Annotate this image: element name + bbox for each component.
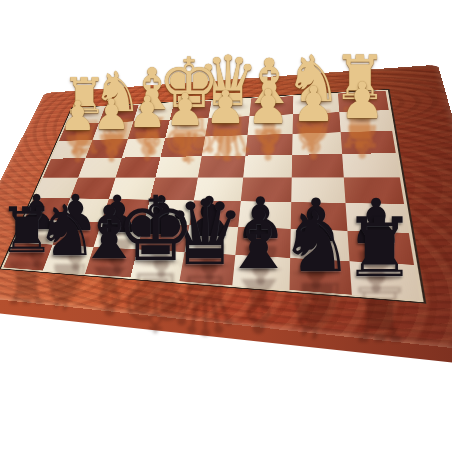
piece-black-rook-h8: ♜	[0, 200, 55, 263]
piece-shadow	[63, 110, 105, 118]
piece-reflection: ♟	[350, 243, 401, 300]
piece-shadow	[78, 253, 140, 265]
piece-shadow	[291, 237, 342, 247]
piece-reflection: ♟	[291, 240, 340, 295]
piece-reflection: ♟	[61, 129, 95, 166]
piece-black-bishop-c8: ♝	[222, 198, 296, 280]
piece-reflection: ♟	[94, 128, 129, 167]
piece-reflection: ♜	[335, 98, 385, 154]
piece-shadow	[117, 255, 193, 270]
piece-white-king-e1: ♚	[158, 49, 220, 118]
piece-shadow	[94, 108, 141, 117]
piece-shadow	[129, 124, 166, 131]
piece-reflection: ♞	[287, 100, 339, 158]
piece-reflection: ♜	[1, 252, 53, 310]
piece-reflection: ♟	[249, 121, 288, 164]
piece-shadow	[166, 123, 204, 131]
piece-black-queen-d8: ♛	[165, 188, 246, 278]
piece-black-knight-g8: ♞	[35, 196, 98, 266]
piece-white-pawn-c2: ♟	[247, 83, 289, 130]
piece-reflection: ♟	[55, 230, 96, 276]
piece-reflection: ♞	[95, 111, 140, 162]
piece-white-knight-g1: ♞	[93, 65, 142, 120]
piece-black-pawn-g7: ♟	[53, 189, 98, 239]
piece-shadow	[341, 115, 384, 124]
piece-reflection: ♟	[237, 238, 284, 291]
piece-shadow	[60, 127, 95, 134]
piece-reflection: ♜	[346, 275, 414, 350]
piece-black-king-e8: ♚	[115, 185, 195, 275]
piece-white-pawn-d2: ♟	[205, 86, 246, 132]
piece-black-pawn-d7: ♟	[184, 190, 234, 245]
piece-white-rook-h1: ♜	[62, 72, 107, 122]
piece-shadow	[128, 106, 177, 116]
piece-shadow	[286, 97, 340, 108]
piece-shadow	[167, 258, 244, 273]
piece-shadow	[243, 99, 296, 110]
piece-shadow	[248, 119, 288, 127]
piece-shadow	[293, 118, 334, 126]
piece-reflection: ♟	[96, 231, 138, 278]
piece-shadow	[334, 95, 386, 105]
piece-shadow	[54, 227, 96, 235]
piece-shadow	[224, 262, 294, 276]
piece-white-queen-d1: ♛	[197, 47, 259, 116]
piece-shadow	[16, 226, 57, 234]
piece-shadow	[94, 126, 130, 133]
piece-reflection: ♚	[160, 107, 217, 171]
piece-reflection: ♝	[79, 257, 140, 325]
pieces-layer: ♜♜♞♞♝♝♛♛♚♚♝♝♞♞♜♜♟♟♟♟♟♟♟♟♟♟♟♟♟♟♟♟♟♟♟♟♟♟♟♟…	[0, 0, 452, 452]
piece-shadow	[37, 251, 97, 263]
piece-shadow	[160, 103, 219, 115]
piece-reflection: ♟	[140, 233, 184, 282]
piece-reflection: ♝	[244, 103, 295, 160]
piece-reflection: ♝	[225, 267, 293, 343]
piece-shadow	[186, 233, 233, 242]
piece-white-pawn-e2: ♟	[165, 88, 205, 132]
piece-black-rook-a8: ♜	[343, 207, 416, 289]
piece-reflection: ♞	[282, 270, 352, 348]
piece-reflection: ♟	[17, 228, 57, 272]
piece-reflection: ♞	[38, 254, 96, 318]
piece-shadow	[139, 231, 184, 240]
piece-shadow	[95, 229, 139, 238]
piece-black-pawn-b7: ♟	[289, 191, 342, 251]
piece-reflection: ♟	[207, 123, 245, 165]
piece-reflection: ♟	[186, 235, 232, 286]
piece-shadow	[199, 101, 258, 113]
piece-black-knight-b8: ♞	[279, 200, 355, 285]
piece-white-rook-a1: ♜	[333, 48, 388, 109]
piece-reflection: ♟	[167, 125, 204, 166]
piece-white-pawn-a2: ♟	[340, 76, 385, 126]
piece-reflection: ♛	[168, 263, 242, 346]
piece-black-pawn-e7: ♟	[138, 190, 186, 243]
piece-shadow	[0, 249, 53, 260]
piece-shadow	[281, 266, 353, 280]
piece-white-pawn-b2: ♟	[292, 80, 336, 129]
piece-white-knight-b1: ♞	[285, 48, 342, 112]
piece-shadow	[345, 270, 415, 284]
piece-black-pawn-c7: ♟	[235, 190, 286, 247]
piece-black-pawn-a7: ♟	[348, 191, 404, 253]
piece-black-bishop-f8: ♝	[77, 196, 143, 269]
piece-white-bishop-f1: ♝	[127, 62, 178, 119]
piece-white-pawn-g2: ♟	[93, 93, 131, 135]
piece-white-bishop-c1: ♝	[241, 51, 297, 113]
piece-black-pawn-f7: ♟	[94, 189, 140, 240]
piece-reflection: ♜	[64, 112, 105, 158]
piece-reflection: ♟	[294, 120, 334, 165]
piece-white-pawn-f2: ♟	[128, 91, 167, 134]
piece-white-pawn-h2: ♟	[59, 96, 96, 137]
piece-black-pawn-h7: ♟	[15, 188, 58, 236]
piece-reflection: ♟	[130, 126, 166, 166]
piece-reflection: ♟	[341, 118, 382, 164]
piece-reflection: ♛	[200, 105, 257, 169]
piece-shadow	[236, 235, 285, 245]
piece-shadow	[206, 121, 245, 129]
piece-shadow	[350, 240, 403, 251]
piece-reflection: ♚	[119, 260, 193, 342]
chess-set-photo: ♜♜♞♞♝♝♛♛♚♚♝♝♞♞♜♜♟♟♟♟♟♟♟♟♟♟♟♟♟♟♟♟♟♟♟♟♟♟♟♟…	[0, 0, 452, 452]
piece-reflection: ♝	[129, 109, 176, 162]
